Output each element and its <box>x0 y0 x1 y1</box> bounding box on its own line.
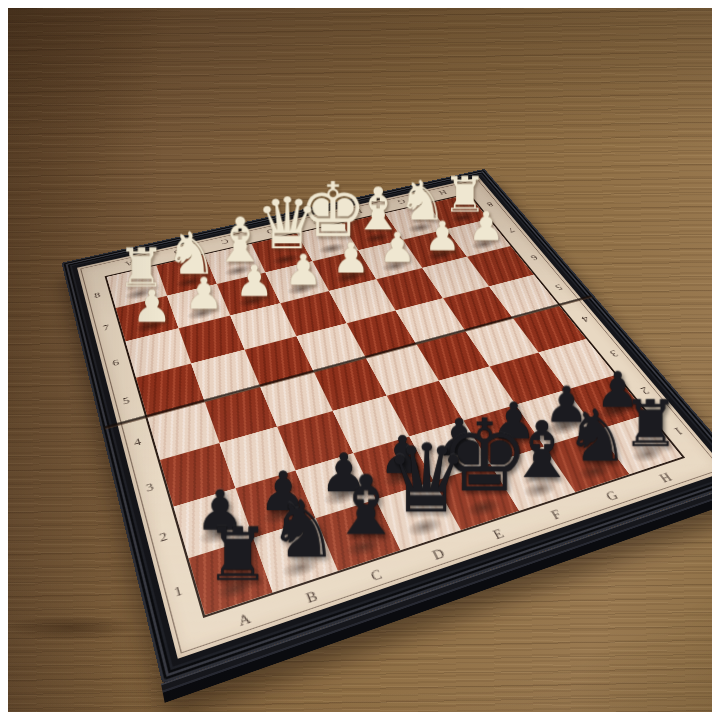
product-photo: HGFEDCBA ABCDEFGH 87654321 12345678 ♜♞♝♛… <box>0 0 720 720</box>
white-pawn-e7[interactable]: ♟ <box>332 239 370 279</box>
white-pawn-h7[interactable]: ♟ <box>468 208 504 246</box>
square-g4[interactable] <box>465 318 538 366</box>
black-rook-h1[interactable]: ♜ <box>621 394 679 455</box>
square-a5[interactable] <box>136 364 205 418</box>
black-rook-a1[interactable]: ♜ <box>205 521 270 590</box>
white-pawn-b7[interactable]: ♟ <box>184 274 223 316</box>
white-pawn-a7[interactable]: ♟ <box>132 286 172 328</box>
white-pawn-f7[interactable]: ♟ <box>378 228 415 267</box>
chess-board: HGFEDCBA ABCDEFGH 87654321 12345678 ♜♞♝♛… <box>61 169 712 683</box>
white-pawn-c7[interactable]: ♟ <box>235 262 274 303</box>
square-e5[interactable] <box>347 311 417 358</box>
black-bishop-c1[interactable]: ♝ <box>329 468 403 546</box>
white-pawn-g7[interactable]: ♟ <box>424 218 461 257</box>
wooden-table-background: HGFEDCBA ABCDEFGH 87654321 12345678 ♜♞♝♛… <box>8 8 712 712</box>
board-surface: HGFEDCBA ABCDEFGH 87654321 12345678 ♜♞♝♛… <box>77 178 712 659</box>
white-pawn-d7[interactable]: ♟ <box>284 250 322 290</box>
black-knight-b1[interactable]: ♞ <box>267 493 338 568</box>
rank-labels-left: 87654321 <box>81 277 203 626</box>
scene: HGFEDCBA ABCDEFGH 87654321 12345678 ♜♞♝♛… <box>8 8 712 712</box>
